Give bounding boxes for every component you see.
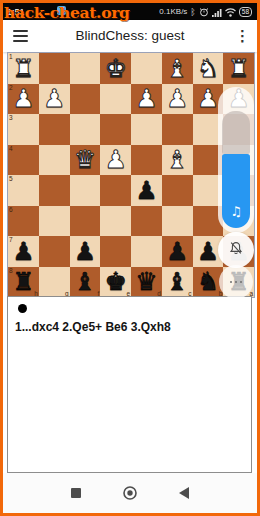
- square-g2[interactable]: ♟: [39, 84, 70, 115]
- square-f2[interactable]: [70, 84, 101, 115]
- square-c3[interactable]: [162, 114, 193, 145]
- square-e6[interactable]: [100, 206, 131, 237]
- square-d5[interactable]: ♟: [131, 175, 162, 206]
- white-pawn: ♟: [12, 86, 34, 111]
- white-pawn: ♟: [166, 86, 188, 111]
- white-king: ♚: [104, 56, 126, 81]
- square-g3[interactable]: [39, 114, 70, 145]
- mute-bell-button[interactable]: [218, 232, 254, 268]
- white-knight: ♞: [197, 56, 219, 81]
- move-list: 1...dxc4 2.Qe5+ Be6 3.Qxh8: [15, 320, 171, 334]
- square-d2[interactable]: ♟: [131, 84, 162, 115]
- square-c2[interactable]: ♟: [162, 84, 193, 115]
- square-c1[interactable]: ♝: [162, 53, 193, 84]
- square-b1[interactable]: ♞: [193, 53, 224, 84]
- status-icons: 0.1KB/s ᛒ 58: [159, 3, 252, 20]
- bluetooth-icon: ᛒ: [190, 7, 195, 17]
- black-pawn: ♟: [197, 239, 219, 264]
- square-h4[interactable]: 4: [8, 145, 39, 176]
- alarm-icon: [199, 3, 209, 21]
- sound-volume-slider[interactable]: ♫: [218, 87, 254, 233]
- square-e8[interactable]: e♚: [100, 267, 131, 298]
- square-d6[interactable]: [131, 206, 162, 237]
- square-d8[interactable]: d♛: [131, 267, 162, 298]
- back-button[interactable]: [179, 487, 189, 499]
- square-h6[interactable]: 6: [8, 206, 39, 237]
- slider-track-filled[interactable]: ♫: [222, 154, 250, 228]
- square-f1[interactable]: [70, 53, 101, 84]
- wifi-icon: [225, 3, 236, 21]
- app-title: BlindChess: guest: [3, 28, 257, 43]
- white-rook: ♜: [12, 56, 34, 81]
- square-e3[interactable]: [100, 114, 131, 145]
- square-c8[interactable]: c♝: [162, 267, 193, 298]
- white-rook: ♜: [227, 56, 249, 81]
- recents-button[interactable]: [71, 488, 82, 499]
- square-d4[interactable]: [131, 145, 162, 176]
- rank-label: 7: [9, 236, 13, 243]
- app-bar: BlindChess: guest ⋮: [3, 20, 257, 52]
- square-d3[interactable]: [131, 114, 162, 145]
- square-g4[interactable]: [39, 145, 70, 176]
- white-pawn: ♟: [43, 86, 65, 111]
- white-pawn: ♟: [135, 86, 157, 111]
- bell-muted-icon: [228, 240, 244, 260]
- music-note-icon: ♫: [230, 204, 242, 219]
- phone-screen: 1:51 0.1KB/s ᛒ 58 hack-cheat.org: [3, 3, 257, 513]
- network-speed: 0.1KB/s: [159, 7, 187, 16]
- black-rook: ♜: [12, 269, 34, 294]
- square-e5[interactable]: [100, 175, 131, 206]
- square-g7[interactable]: [39, 236, 70, 267]
- rank-label: 2: [9, 84, 13, 91]
- square-h1[interactable]: 1♜: [8, 53, 39, 84]
- square-h7[interactable]: 7♟: [8, 236, 39, 267]
- square-h2[interactable]: 2♟: [8, 84, 39, 115]
- black-to-move-indicator: [18, 304, 27, 313]
- square-f6[interactable]: [70, 206, 101, 237]
- signal-icon: [212, 3, 222, 21]
- square-f4[interactable]: ♛: [70, 145, 101, 176]
- watermark: hack-cheat.org: [4, 3, 130, 22]
- more-options-button[interactable]: [219, 265, 253, 299]
- white-pawn: ♟: [197, 86, 219, 111]
- square-f7[interactable]: ♟: [70, 236, 101, 267]
- rank-label: 4: [9, 145, 13, 152]
- black-pawn: ♟: [166, 239, 188, 264]
- square-c5[interactable]: [162, 175, 193, 206]
- rank-label: 1: [9, 53, 13, 60]
- slider-track-empty: [222, 111, 250, 154]
- square-h3[interactable]: 3: [8, 114, 39, 145]
- square-g8[interactable]: g: [39, 267, 70, 298]
- black-knight: ♞: [197, 269, 219, 294]
- square-f8[interactable]: f♝: [70, 267, 101, 298]
- rank-label: 8: [9, 267, 13, 274]
- square-f5[interactable]: [70, 175, 101, 206]
- square-a1[interactable]: ♜: [223, 53, 254, 84]
- rank-label: 3: [9, 114, 13, 121]
- overflow-menu-icon[interactable]: ⋮: [235, 26, 250, 45]
- black-pawn: ♟: [12, 239, 34, 264]
- black-bishop: ♝: [74, 269, 96, 294]
- square-e1[interactable]: ♚: [100, 53, 131, 84]
- black-pawn: ♟: [74, 239, 96, 264]
- white-queen: ♛: [74, 147, 96, 172]
- square-d7[interactable]: [131, 236, 162, 267]
- ellipsis-icon: [230, 281, 243, 284]
- moves-panel: 1...dxc4 2.Qe5+ Be6 3.Qxh8: [7, 296, 252, 473]
- square-c7[interactable]: ♟: [162, 236, 193, 267]
- white-bishop: ♝: [166, 56, 188, 81]
- square-h5[interactable]: 5: [8, 175, 39, 206]
- white-pawn: ♟: [104, 147, 126, 172]
- battery-icon: 58: [239, 7, 252, 17]
- square-g6[interactable]: [39, 206, 70, 237]
- black-bishop: ♝: [166, 269, 188, 294]
- rank-label: 5: [9, 175, 13, 182]
- black-queen: ♛: [135, 269, 157, 294]
- square-h8[interactable]: 8h♜: [8, 267, 39, 298]
- black-pawn: ♟: [135, 178, 157, 203]
- rank-label: 6: [9, 206, 13, 213]
- square-c4[interactable]: ♝: [162, 145, 193, 176]
- square-e2[interactable]: [100, 84, 131, 115]
- square-d1[interactable]: [131, 53, 162, 84]
- android-nav-bar: [3, 473, 257, 513]
- home-button[interactable]: [122, 485, 138, 501]
- square-g1[interactable]: [39, 53, 70, 84]
- square-c6[interactable]: [162, 206, 193, 237]
- square-e4[interactable]: ♟: [100, 145, 131, 176]
- square-g5[interactable]: [39, 175, 70, 206]
- square-e7[interactable]: [100, 236, 131, 267]
- square-f3[interactable]: [70, 114, 101, 145]
- black-king: ♚: [104, 269, 126, 294]
- screenshot-frame: 1:51 0.1KB/s ᛒ 58 hack-cheat.org: [0, 0, 260, 516]
- white-bishop: ♝: [166, 147, 188, 172]
